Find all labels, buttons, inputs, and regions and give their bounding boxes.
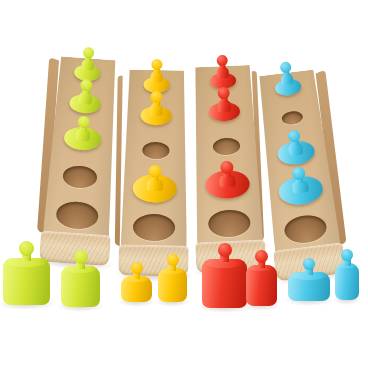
cylinder-body xyxy=(202,259,247,308)
cylinder-knob xyxy=(218,243,232,257)
yellow-cylinder-inserted[interactable] xyxy=(121,168,188,208)
loose-cylinder-red-medium-tall[interactable] xyxy=(246,250,277,306)
hole xyxy=(55,200,99,230)
hole xyxy=(283,213,328,245)
block-top-face xyxy=(189,65,263,244)
cylinder-knob xyxy=(74,250,88,264)
cylinder-knob xyxy=(303,258,315,270)
loose-cylinder-yellow-small-squat[interactable] xyxy=(121,262,152,302)
hole xyxy=(212,137,240,155)
loose-cylinder-blue-thin-tall[interactable] xyxy=(335,249,359,300)
loose-cylinder-green-large-wide[interactable] xyxy=(3,241,50,305)
red-cylinder-inserted[interactable] xyxy=(191,94,258,130)
cylinder-knob xyxy=(77,115,90,128)
hole xyxy=(142,142,169,159)
cylinder-body xyxy=(335,263,359,300)
cylinder-knob xyxy=(80,78,93,91)
loose-cylinder-red-large-wide[interactable] xyxy=(202,243,247,308)
loose-cylinder-yellow-small[interactable] xyxy=(158,254,187,302)
cylinder-knob xyxy=(83,46,95,58)
loose-cylinder-blue-wide-flat[interactable] xyxy=(288,258,330,301)
cylinder-knob xyxy=(167,254,179,266)
slot-5-empty-hole[interactable] xyxy=(196,203,264,244)
cylinder-body xyxy=(3,258,50,305)
block-top-face xyxy=(43,56,121,236)
slot-3-green-cylinder[interactable] xyxy=(48,118,116,160)
block-top-face xyxy=(121,69,190,246)
slot-5-empty-hole[interactable] xyxy=(121,207,188,246)
cylinder-body xyxy=(288,272,330,301)
hole xyxy=(208,209,251,238)
hole xyxy=(62,164,97,188)
cylinder-knob xyxy=(255,250,268,263)
cylinder-knob xyxy=(216,54,227,65)
cylinder-knob xyxy=(151,58,162,69)
cylinder-body xyxy=(61,266,100,307)
cylinder-block-green xyxy=(39,56,123,268)
slot-2-yellow-cylinder[interactable] xyxy=(123,98,190,132)
cylinder-body xyxy=(158,268,187,302)
cylinder-knob xyxy=(150,90,162,102)
loose-cylinder-green-medium[interactable] xyxy=(61,250,100,307)
cylinder-knob xyxy=(131,262,143,274)
red-cylinder-inserted[interactable] xyxy=(194,164,262,206)
cylinder-body xyxy=(121,276,152,302)
slot-4-empty-hole[interactable] xyxy=(46,155,115,199)
hole xyxy=(281,110,303,125)
cylinder-body xyxy=(246,265,277,306)
slot-4-red-cylinder[interactable] xyxy=(194,164,262,206)
slot-5-empty-hole[interactable] xyxy=(43,194,111,237)
cylinder-block-yellow xyxy=(118,69,192,278)
yellow-cylinder-inserted[interactable] xyxy=(123,98,190,132)
cylinder-knob xyxy=(279,61,291,73)
slot-2-red-cylinder[interactable] xyxy=(191,94,258,130)
cylinder-knob xyxy=(217,86,230,99)
green-cylinder-inserted[interactable] xyxy=(48,118,116,160)
cylinder-knob xyxy=(19,241,34,256)
slot-4-yellow-cylinder[interactable] xyxy=(121,168,188,208)
toy-scene xyxy=(0,0,368,383)
hole xyxy=(133,213,175,241)
cylinder-knob xyxy=(341,249,353,261)
